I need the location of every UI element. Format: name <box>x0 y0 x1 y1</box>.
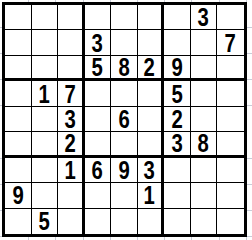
cell-r6c8[interactable]: 8 <box>191 132 218 157</box>
cell-r8c5[interactable] <box>111 183 138 208</box>
cell-r3c7[interactable]: 9 <box>164 56 191 81</box>
cell-r2c9[interactable]: 7 <box>217 30 244 55</box>
cell-r8c9[interactable] <box>217 183 244 208</box>
given-digit: 5 <box>92 56 103 80</box>
cell-r5c3[interactable]: 3 <box>58 107 85 132</box>
cell-r9c8[interactable] <box>191 209 218 234</box>
cell-r9c4[interactable] <box>85 209 112 234</box>
cell-r2c5[interactable] <box>111 30 138 55</box>
given-digit: 3 <box>171 132 182 156</box>
cell-r7c8[interactable] <box>191 158 218 183</box>
given-digit: 2 <box>64 132 75 156</box>
cell-r6c2[interactable] <box>32 132 59 157</box>
cell-r8c6[interactable]: 1 <box>138 183 165 208</box>
cell-r1c2[interactable] <box>32 5 59 30</box>
given-digit: 1 <box>39 81 50 106</box>
given-digit: 7 <box>225 30 236 55</box>
cell-r8c1[interactable]: 9 <box>5 183 32 208</box>
cell-r5c2[interactable] <box>32 107 59 132</box>
cell-r1c6[interactable] <box>138 5 165 30</box>
cell-r3c6[interactable]: 2 <box>138 56 165 81</box>
cell-r8c2[interactable] <box>32 183 59 208</box>
sudoku-board: 33758291753622381693915 <box>2 2 247 237</box>
cell-r6c5[interactable] <box>111 132 138 157</box>
cell-r3c8[interactable] <box>191 56 218 81</box>
cell-r3c2[interactable] <box>32 56 59 81</box>
given-digit: 5 <box>171 81 182 106</box>
given-digit: 7 <box>64 81 75 106</box>
given-digit: 3 <box>144 158 155 183</box>
cell-r1c8[interactable]: 3 <box>191 5 218 30</box>
cell-r5c1[interactable] <box>5 107 32 132</box>
cell-r4c5[interactable] <box>111 81 138 106</box>
cell-r6c1[interactable] <box>5 132 32 157</box>
cell-r9c2[interactable]: 5 <box>32 209 59 234</box>
cell-r1c7[interactable] <box>164 5 191 30</box>
given-digit: 6 <box>92 158 103 183</box>
cell-r7c2[interactable] <box>32 158 59 183</box>
cell-r2c7[interactable] <box>164 30 191 55</box>
cell-r4c9[interactable] <box>217 81 244 106</box>
cell-r4c4[interactable] <box>85 81 112 106</box>
given-digit: 3 <box>198 5 209 30</box>
cell-r3c5[interactable]: 8 <box>111 56 138 81</box>
cell-r1c9[interactable] <box>217 5 244 30</box>
cell-r9c5[interactable] <box>111 209 138 234</box>
cell-r3c3[interactable] <box>58 56 85 81</box>
cell-r2c4[interactable]: 3 <box>85 30 112 55</box>
cell-r6c6[interactable] <box>138 132 165 157</box>
given-digit: 9 <box>171 56 182 80</box>
cell-r9c1[interactable] <box>5 209 32 234</box>
cell-r1c5[interactable] <box>111 5 138 30</box>
cell-r4c7[interactable]: 5 <box>164 81 191 106</box>
cell-r2c8[interactable] <box>191 30 218 55</box>
cell-r8c8[interactable] <box>191 183 218 208</box>
cell-r2c6[interactable] <box>138 30 165 55</box>
cell-r8c4[interactable] <box>85 183 112 208</box>
cell-r5c7[interactable]: 2 <box>164 107 191 132</box>
cell-r6c7[interactable]: 3 <box>164 132 191 157</box>
sudoku-screenshot: 33758291753622381693915 <box>0 0 252 240</box>
cell-r9c3[interactable] <box>58 209 85 234</box>
given-digit: 8 <box>198 132 209 156</box>
given-digit: 2 <box>171 107 182 132</box>
given-digit: 9 <box>118 158 129 183</box>
cell-r3c1[interactable] <box>5 56 32 81</box>
cell-r3c4[interactable]: 5 <box>85 56 112 81</box>
cell-r7c9[interactable] <box>217 158 244 183</box>
cell-r5c6[interactable] <box>138 107 165 132</box>
given-digit: 1 <box>144 183 155 208</box>
cell-r4c3[interactable]: 7 <box>58 81 85 106</box>
cell-r2c2[interactable] <box>32 30 59 55</box>
cell-r1c3[interactable] <box>58 5 85 30</box>
cell-r6c4[interactable] <box>85 132 112 157</box>
cell-r9c7[interactable] <box>164 209 191 234</box>
given-digit: 3 <box>92 30 103 55</box>
cell-r9c9[interactable] <box>217 209 244 234</box>
given-digit: 3 <box>64 107 75 132</box>
given-digit: 9 <box>12 183 23 208</box>
cell-r7c7[interactable] <box>164 158 191 183</box>
cell-r3c9[interactable] <box>217 56 244 81</box>
cell-r9c6[interactable] <box>138 209 165 234</box>
cell-r2c1[interactable] <box>5 30 32 55</box>
cell-r5c9[interactable] <box>217 107 244 132</box>
cell-r7c1[interactable] <box>5 158 32 183</box>
given-digit: 5 <box>39 209 50 234</box>
cell-r5c5[interactable]: 6 <box>111 107 138 132</box>
cell-r7c3[interactable]: 1 <box>58 158 85 183</box>
cell-r4c8[interactable] <box>191 81 218 106</box>
cell-r5c4[interactable] <box>85 107 112 132</box>
cell-r4c2[interactable]: 1 <box>32 81 59 106</box>
cell-r7c5[interactable]: 9 <box>111 158 138 183</box>
cell-r2c3[interactable] <box>58 30 85 55</box>
cell-r4c1[interactable] <box>5 81 32 106</box>
cell-r7c4[interactable]: 6 <box>85 158 112 183</box>
cell-r8c3[interactable] <box>58 183 85 208</box>
given-digit: 2 <box>144 56 155 80</box>
cell-r6c9[interactable] <box>217 132 244 157</box>
given-digit: 1 <box>64 158 75 183</box>
cell-r1c4[interactable] <box>85 5 112 30</box>
cell-r7c6[interactable]: 3 <box>138 158 165 183</box>
given-digit: 6 <box>118 107 129 132</box>
cell-r5c8[interactable] <box>191 107 218 132</box>
cell-r4c6[interactable] <box>138 81 165 106</box>
cell-r8c7[interactable] <box>164 183 191 208</box>
given-digit: 8 <box>118 56 129 80</box>
cell-r1c1[interactable] <box>5 5 32 30</box>
cell-r6c3[interactable]: 2 <box>58 132 85 157</box>
